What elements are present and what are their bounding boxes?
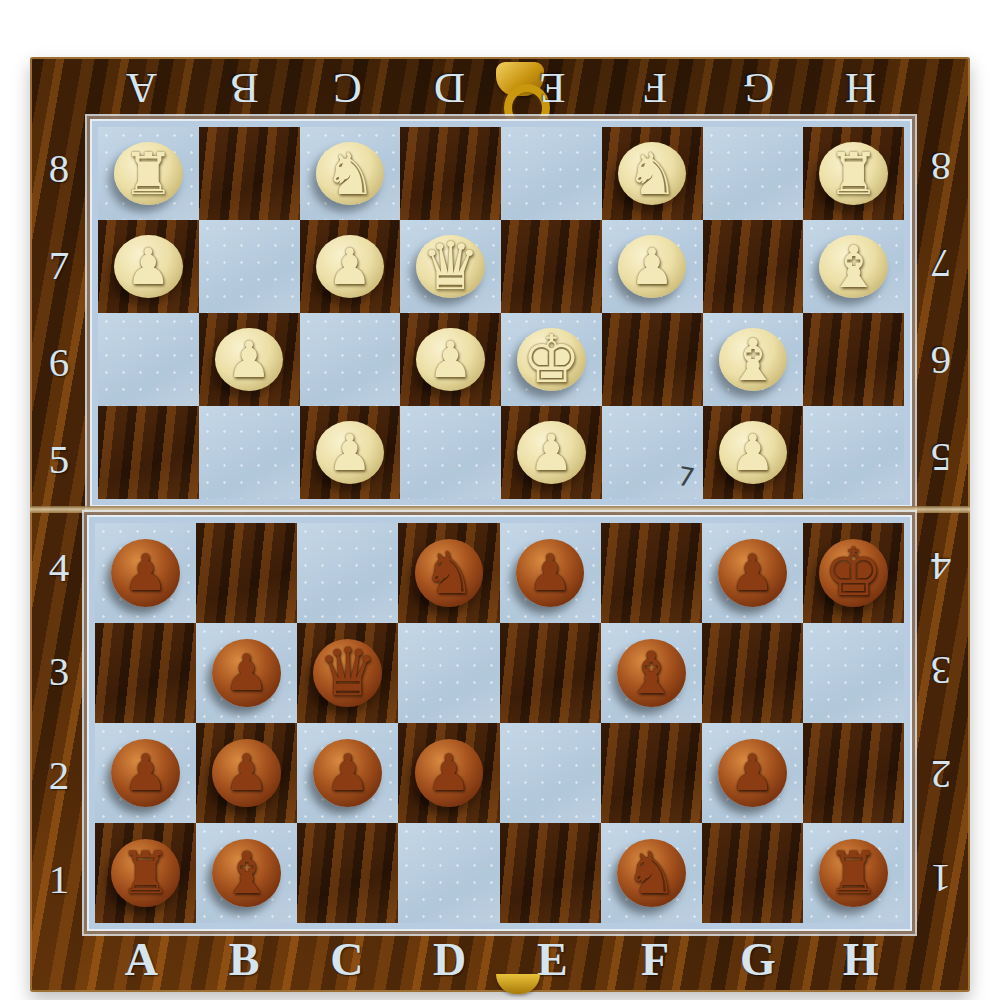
square-f8[interactable]: ♞ [602,127,703,220]
rank-labels-right-bottom: 4321 [912,515,970,931]
square-b4[interactable] [196,523,297,623]
pawn-icon: ♟ [224,748,269,798]
square-b5[interactable] [199,406,300,499]
pawn-icon: ♟ [730,428,775,478]
square-a5[interactable] [98,406,199,499]
file-label-top-g: G [707,59,810,113]
pawn-icon: ♟ [428,335,473,385]
king-icon: ♚ [522,327,581,393]
square-a8[interactable]: ♜ [98,127,199,220]
square-h2[interactable] [803,723,904,823]
pawn-icon: ♟ [730,748,775,798]
bishop-icon: ♝ [828,238,880,296]
knight-icon: ♞ [625,844,677,902]
square-c2[interactable]: ♟ [297,723,398,823]
rank-labels-left-top: 8765 [30,119,88,507]
piece-dark-rook-h1[interactable]: ♜ [803,823,904,923]
knight-icon: ♞ [324,145,376,203]
file-label-top-a: A [90,59,193,113]
file-label-bottom-f: F [604,933,707,991]
file-label-top-d: D [398,59,501,113]
square-f7[interactable]: ♟ [602,220,703,313]
bishop-icon: ♝ [625,644,677,702]
square-d8[interactable] [400,127,501,220]
piece-light-bishop-g6[interactable]: ♝ [703,313,804,406]
piece-dark-rook-a1[interactable]: ♜ [95,823,196,923]
piece-dark-pawn-d2[interactable]: ♟ [398,723,499,823]
piece-dark-queen-c3[interactable]: ♛ [297,623,398,723]
file-label-bottom-b: B [193,933,296,991]
square-b6[interactable]: ♟ [199,313,300,406]
square-b2[interactable]: ♟ [196,723,297,823]
pawn-icon: ♟ [730,548,775,598]
rank-label-left-3: 3 [30,619,88,723]
piece-light-pawn-g5[interactable]: ♟ [703,406,804,499]
square-f2[interactable] [601,723,702,823]
rank-label-left-7: 7 [30,216,88,313]
piece-dark-bishop-f3[interactable]: ♝ [601,623,702,723]
square-a2[interactable]: ♟ [95,723,196,823]
rook-icon: ♜ [120,844,172,902]
pawn-icon: ♟ [529,428,574,478]
square-c1[interactable] [297,823,398,923]
king-icon: ♚ [824,540,883,606]
square-g2[interactable]: ♟ [702,723,803,823]
piece-light-bishop-h7[interactable]: ♝ [803,220,904,313]
grid-bottom-half: ♟♞♟♟♚♟♛♝♟♟♟♟♟♜♝♞♜ [95,523,904,923]
square-b3[interactable]: ♟ [196,623,297,723]
piece-light-queen-d7[interactable]: ♛ [400,220,501,313]
square-c5[interactable]: ♟ [300,406,401,499]
square-c7[interactable]: ♟ [300,220,401,313]
piece-light-rook-a8[interactable]: ♜ [98,127,199,220]
file-labels-top: ABCDEFGH [90,59,912,113]
piece-dark-pawn-e4[interactable]: ♟ [500,523,601,623]
piece-dark-pawn-a4[interactable]: ♟ [95,523,196,623]
rank-label-right-7: 7 [912,216,970,313]
bishop-icon: ♝ [221,844,273,902]
rank-label-left-1: 1 [30,827,88,931]
square-g7[interactable] [703,220,804,313]
square-d6[interactable]: ♟ [400,313,501,406]
piece-dark-king-h4[interactable]: ♚ [803,523,904,623]
file-label-bottom-g: G [707,933,810,991]
rank-label-right-4: 4 [912,515,970,619]
piece-light-pawn-d6[interactable]: ♟ [400,313,501,406]
rank-label-right-5: 5 [912,410,970,507]
piece-light-pawn-f7[interactable]: ♟ [602,220,703,313]
rank-label-left-2: 2 [30,723,88,827]
square-c3[interactable]: ♛ [297,623,398,723]
knight-icon: ♞ [626,145,678,203]
square-c4[interactable] [297,523,398,623]
piece-light-knight-f8[interactable]: ♞ [602,127,703,220]
square-h8[interactable]: ♜ [803,127,904,220]
square-g5[interactable]: ♟ [703,406,804,499]
piece-light-pawn-b6[interactable]: ♟ [199,313,300,406]
square-d5[interactable] [400,406,501,499]
file-label-bottom-h: H [809,933,912,991]
piece-light-pawn-a7[interactable]: ♟ [98,220,199,313]
square-e8[interactable] [501,127,602,220]
file-label-top-b: B [193,59,296,113]
square-h5[interactable] [803,406,904,499]
piece-light-knight-c8[interactable]: ♞ [300,127,401,220]
piece-dark-pawn-g2[interactable]: ♟ [702,723,803,823]
square-d3[interactable] [398,623,499,723]
piece-light-king-e6[interactable]: ♚ [501,313,602,406]
file-label-bottom-d: D [398,933,501,991]
piece-dark-pawn-c2[interactable]: ♟ [297,723,398,823]
square-d1[interactable] [398,823,499,923]
knight-icon: ♞ [423,544,475,602]
board-bottom-half: ♟♞♟♟♚♟♛♝♟♟♟♟♟♜♝♞♜ [87,515,912,931]
file-label-top-h: H [809,59,912,113]
piece-dark-pawn-g4[interactable]: ♟ [702,523,803,623]
square-f3[interactable]: ♝ [601,623,702,723]
square-a4[interactable]: ♟ [95,523,196,623]
rank-label-left-8: 8 [30,119,88,216]
rank-label-right-3: 3 [912,619,970,723]
pawn-icon: ♟ [325,748,370,798]
rook-icon: ♜ [122,145,174,203]
piece-dark-bishop-b1[interactable]: ♝ [196,823,297,923]
square-b1[interactable]: ♝ [196,823,297,923]
rank-label-right-8: 8 [912,119,970,216]
square-e5[interactable]: ♟ [501,406,602,499]
pawn-icon: ♟ [327,428,372,478]
rank-label-left-5: 5 [30,410,88,507]
square-h6[interactable] [803,313,904,406]
pawn-icon: ♟ [123,748,168,798]
square-e4[interactable]: ♟ [500,523,601,623]
square-c8[interactable]: ♞ [300,127,401,220]
rank-label-left-4: 4 [30,515,88,619]
file-label-bottom-a: A [90,933,193,991]
square-g4[interactable]: ♟ [702,523,803,623]
square-c6[interactable] [300,313,401,406]
rank-label-right-6: 6 [912,313,970,410]
pawn-icon: ♟ [224,648,269,698]
square-e1[interactable] [500,823,601,923]
rank-label-right-2: 2 [912,723,970,827]
square-a7[interactable]: ♟ [98,220,199,313]
rank-labels-left-bottom: 4321 [30,515,88,931]
pawn-icon: ♟ [528,548,573,598]
piece-light-pawn-c7[interactable]: ♟ [300,220,401,313]
square-g3[interactable] [702,623,803,723]
square-g6[interactable]: ♝ [703,313,804,406]
rook-icon: ♜ [827,844,879,902]
square-g8[interactable] [703,127,804,220]
square-h1[interactable]: ♜ [803,823,904,923]
pawn-icon: ♟ [327,242,372,292]
pawn-icon: ♟ [227,335,272,385]
piece-light-rook-h8[interactable]: ♜ [803,127,904,220]
square-g1[interactable] [702,823,803,923]
queen-icon: ♛ [421,234,480,300]
bottom-hinge-knob [496,974,540,994]
square-d4[interactable]: ♞ [398,523,499,623]
piece-light-pawn-e5[interactable]: ♟ [501,406,602,499]
rank-label-right-1: 1 [912,827,970,931]
fold-seam [30,506,970,513]
square-e3[interactable] [500,623,601,723]
pawn-icon: ♟ [123,548,168,598]
file-label-top-f: F [604,59,707,113]
file-label-top-e: E [501,59,604,113]
rank-label-left-6: 6 [30,313,88,410]
grid-top-half: ♜♞♞♜♟♟♛♟♝♟♟♚♝♟♟♟ [98,127,904,499]
square-d2[interactable]: ♟ [398,723,499,823]
square-h7[interactable]: ♝ [803,220,904,313]
square-e2[interactable] [500,723,601,823]
file-label-bottom-c: C [296,933,399,991]
square-f4[interactable] [601,523,702,623]
rook-icon: ♜ [828,145,880,203]
board-top-half: ♜♞♞♜♟♟♛♟♝♟♟♚♝♟♟♟ [90,119,912,507]
queen-icon: ♛ [318,640,377,706]
square-b8[interactable] [199,127,300,220]
rank-labels-right-top: 8765 [912,119,970,507]
pawn-icon: ♟ [427,748,472,798]
square-d7[interactable]: ♛ [400,220,501,313]
piece-dark-knight-d4[interactable]: ♞ [398,523,499,623]
bishop-icon: ♝ [727,331,779,389]
pawn-icon: ♟ [630,242,675,292]
piece-dark-pawn-a2[interactable]: ♟ [95,723,196,823]
square-a6[interactable] [98,313,199,406]
square-a1[interactable]: ♜ [95,823,196,923]
square-e7[interactable] [501,220,602,313]
file-label-top-c: C [296,59,399,113]
square-h4[interactable]: ♚ [803,523,904,623]
square-e6[interactable]: ♚ [501,313,602,406]
square-f6[interactable] [602,313,703,406]
piece-dark-pawn-b2[interactable]: ♟ [196,723,297,823]
square-a3[interactable] [95,623,196,723]
square-b7[interactable] [199,220,300,313]
piece-dark-knight-f1[interactable]: ♞ [601,823,702,923]
piece-dark-pawn-b3[interactable]: ♟ [196,623,297,723]
chess-box-board: ABCDEFGH 8765 8765 ♜♞♞♜♟♟♛♟♝♟♟♚♝♟♟♟ 4321… [30,57,970,992]
square-f1[interactable]: ♞ [601,823,702,923]
square-h3[interactable] [803,623,904,723]
piece-light-pawn-c5[interactable]: ♟ [300,406,401,499]
pawn-icon: ♟ [126,242,171,292]
